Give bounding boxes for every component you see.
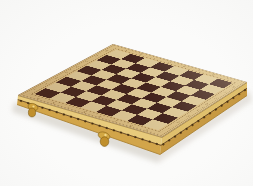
product-photo: abcdefgh abcdefgh 87654321 87654321: [0, 0, 253, 186]
